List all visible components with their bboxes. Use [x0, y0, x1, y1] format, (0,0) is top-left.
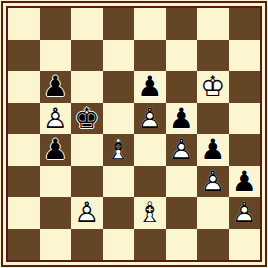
white-bishop: ♝♗: [134, 197, 166, 229]
square-c7[interactable]: [71, 40, 103, 72]
square-e5[interactable]: ♟♙: [134, 103, 166, 135]
black-pawn: ♟: [229, 166, 261, 198]
square-c8[interactable]: [71, 8, 103, 40]
square-d5[interactable]: [103, 103, 135, 135]
square-h5[interactable]: [229, 103, 261, 135]
square-d7[interactable]: [103, 40, 135, 72]
piece-solid-glyph: ♟: [229, 166, 261, 198]
square-f7[interactable]: [166, 40, 198, 72]
board-inner-frame: ♟♟♚♔♟♙♚♟♙♟♟♝♗♟♙♟♟♙♟♟♙♝♗♟♙: [6, 6, 262, 262]
square-b8[interactable]: [40, 8, 72, 40]
white-pawn: ♟♙: [71, 197, 103, 229]
square-c2[interactable]: ♟♙: [71, 197, 103, 229]
square-a1[interactable]: [8, 229, 40, 261]
square-b3[interactable]: [40, 166, 72, 198]
white-pawn: ♟♙: [197, 166, 229, 198]
chess-board: ♟♟♚♔♟♙♚♟♙♟♟♝♗♟♙♟♟♙♟♟♙♝♗♟♙: [8, 8, 260, 260]
square-e3[interactable]: [134, 166, 166, 198]
square-h7[interactable]: [229, 40, 261, 72]
board-outer-frame: ♟♟♚♔♟♙♚♟♙♟♟♝♗♟♙♟♟♙♟♟♙♝♗♟♙: [1, 1, 267, 267]
square-g5[interactable]: [197, 103, 229, 135]
square-b6[interactable]: ♟: [40, 71, 72, 103]
piece-outline-glyph: ♗: [134, 197, 166, 229]
white-pawn: ♟♙: [134, 103, 166, 135]
piece-solid-glyph: ♟: [166, 103, 198, 135]
chess-diagram: ♟♟♚♔♟♙♚♟♙♟♟♝♗♟♙♟♟♙♟♟♙♝♗♟♙: [0, 0, 268, 268]
square-h1[interactable]: [229, 229, 261, 261]
piece-outline-glyph: ♙: [229, 197, 261, 229]
square-h2[interactable]: ♟♙: [229, 197, 261, 229]
square-f3[interactable]: [166, 166, 198, 198]
square-c4[interactable]: [71, 134, 103, 166]
square-g7[interactable]: [197, 40, 229, 72]
black-king: ♚: [71, 103, 103, 135]
square-d2[interactable]: [103, 197, 135, 229]
square-d6[interactable]: [103, 71, 135, 103]
square-d8[interactable]: [103, 8, 135, 40]
square-a8[interactable]: [8, 8, 40, 40]
square-b4[interactable]: ♟: [40, 134, 72, 166]
square-e7[interactable]: [134, 40, 166, 72]
square-h8[interactable]: [229, 8, 261, 40]
piece-solid-glyph: ♚: [71, 103, 103, 135]
square-b7[interactable]: [40, 40, 72, 72]
square-f2[interactable]: [166, 197, 198, 229]
square-f8[interactable]: [166, 8, 198, 40]
piece-outline-glyph: ♙: [71, 197, 103, 229]
square-g8[interactable]: [197, 8, 229, 40]
square-d1[interactable]: [103, 229, 135, 261]
white-king: ♚♔: [197, 71, 229, 103]
white-bishop: ♝♗: [103, 134, 135, 166]
square-d4[interactable]: ♝♗: [103, 134, 135, 166]
square-g2[interactable]: [197, 197, 229, 229]
square-g3[interactable]: ♟♙: [197, 166, 229, 198]
black-pawn: ♟: [40, 134, 72, 166]
square-b1[interactable]: [40, 229, 72, 261]
piece-solid-glyph: ♟: [197, 134, 229, 166]
square-h4[interactable]: [229, 134, 261, 166]
square-b5[interactable]: ♟♙: [40, 103, 72, 135]
square-d3[interactable]: [103, 166, 135, 198]
piece-solid-glyph: ♟: [40, 71, 72, 103]
white-pawn: ♟♙: [229, 197, 261, 229]
square-e1[interactable]: [134, 229, 166, 261]
square-e4[interactable]: [134, 134, 166, 166]
square-c3[interactable]: [71, 166, 103, 198]
square-a2[interactable]: [8, 197, 40, 229]
piece-outline-glyph: ♙: [197, 166, 229, 198]
square-b2[interactable]: [40, 197, 72, 229]
square-g1[interactable]: [197, 229, 229, 261]
square-f6[interactable]: [166, 71, 198, 103]
square-e6[interactable]: ♟: [134, 71, 166, 103]
square-f4[interactable]: ♟♙: [166, 134, 198, 166]
square-e2[interactable]: ♝♗: [134, 197, 166, 229]
white-pawn: ♟♙: [166, 134, 198, 166]
square-h6[interactable]: [229, 71, 261, 103]
piece-solid-glyph: ♟: [134, 71, 166, 103]
square-e8[interactable]: [134, 8, 166, 40]
square-a6[interactable]: [8, 71, 40, 103]
square-c6[interactable]: [71, 71, 103, 103]
black-pawn: ♟: [197, 134, 229, 166]
square-a5[interactable]: [8, 103, 40, 135]
square-c1[interactable]: [71, 229, 103, 261]
white-pawn: ♟♙: [40, 103, 72, 135]
piece-outline-glyph: ♔: [197, 71, 229, 103]
piece-outline-glyph: ♙: [40, 103, 72, 135]
black-pawn: ♟: [40, 71, 72, 103]
square-g6[interactable]: ♚♔: [197, 71, 229, 103]
piece-solid-glyph: ♟: [40, 134, 72, 166]
square-a3[interactable]: [8, 166, 40, 198]
square-a7[interactable]: [8, 40, 40, 72]
square-f1[interactable]: [166, 229, 198, 261]
square-a4[interactable]: [8, 134, 40, 166]
square-h3[interactable]: ♟: [229, 166, 261, 198]
square-f5[interactable]: ♟: [166, 103, 198, 135]
piece-outline-glyph: ♙: [166, 134, 198, 166]
black-pawn: ♟: [166, 103, 198, 135]
square-g4[interactable]: ♟: [197, 134, 229, 166]
square-c5[interactable]: ♚: [71, 103, 103, 135]
piece-outline-glyph: ♗: [103, 134, 135, 166]
piece-outline-glyph: ♙: [134, 103, 166, 135]
black-pawn: ♟: [134, 71, 166, 103]
